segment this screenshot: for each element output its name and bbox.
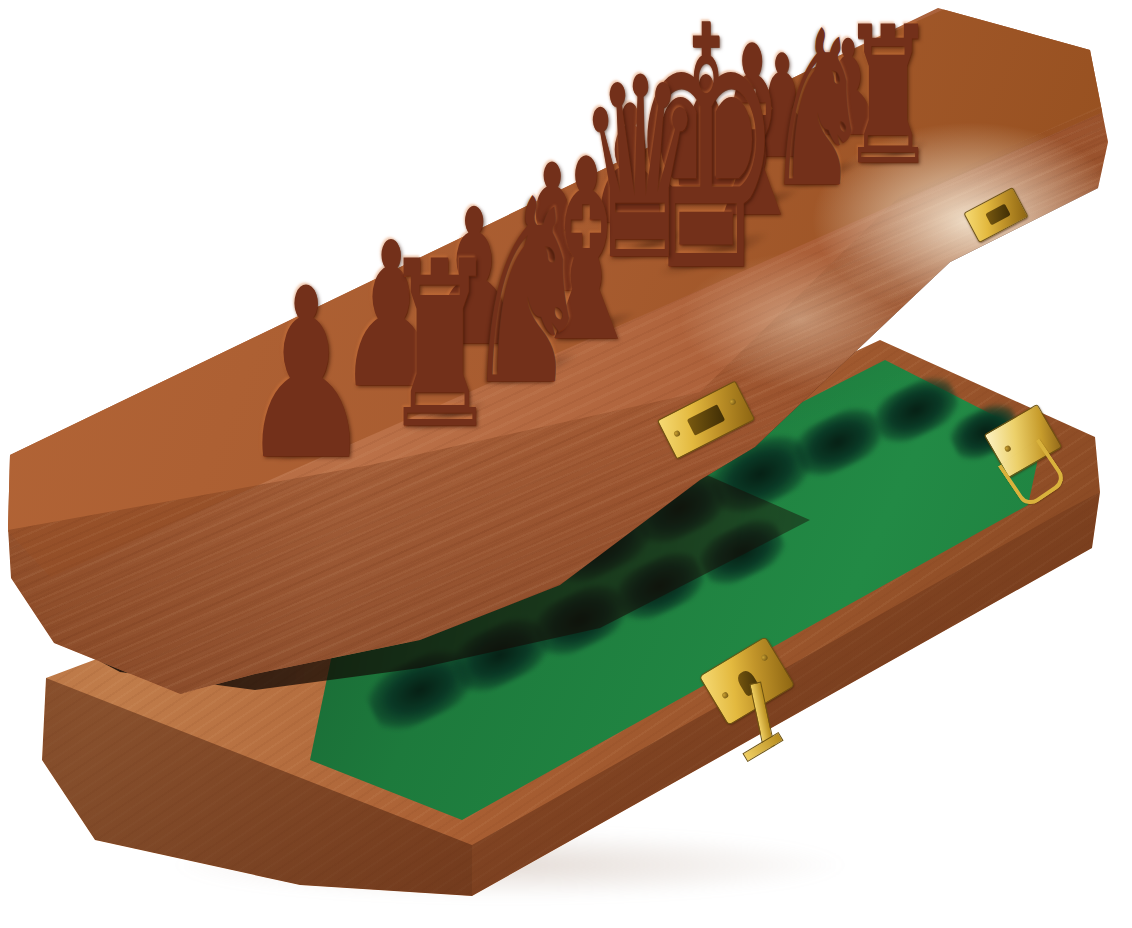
piece-pawn-a2: ♟ [241, 257, 372, 492]
product-photo-folding-chess-set: ♜♞♝♛♚♝♞♜♟♟♟♟♟♟♟♟ [0, 0, 1132, 928]
piece-rook-a1: ♜ [382, 231, 497, 461]
